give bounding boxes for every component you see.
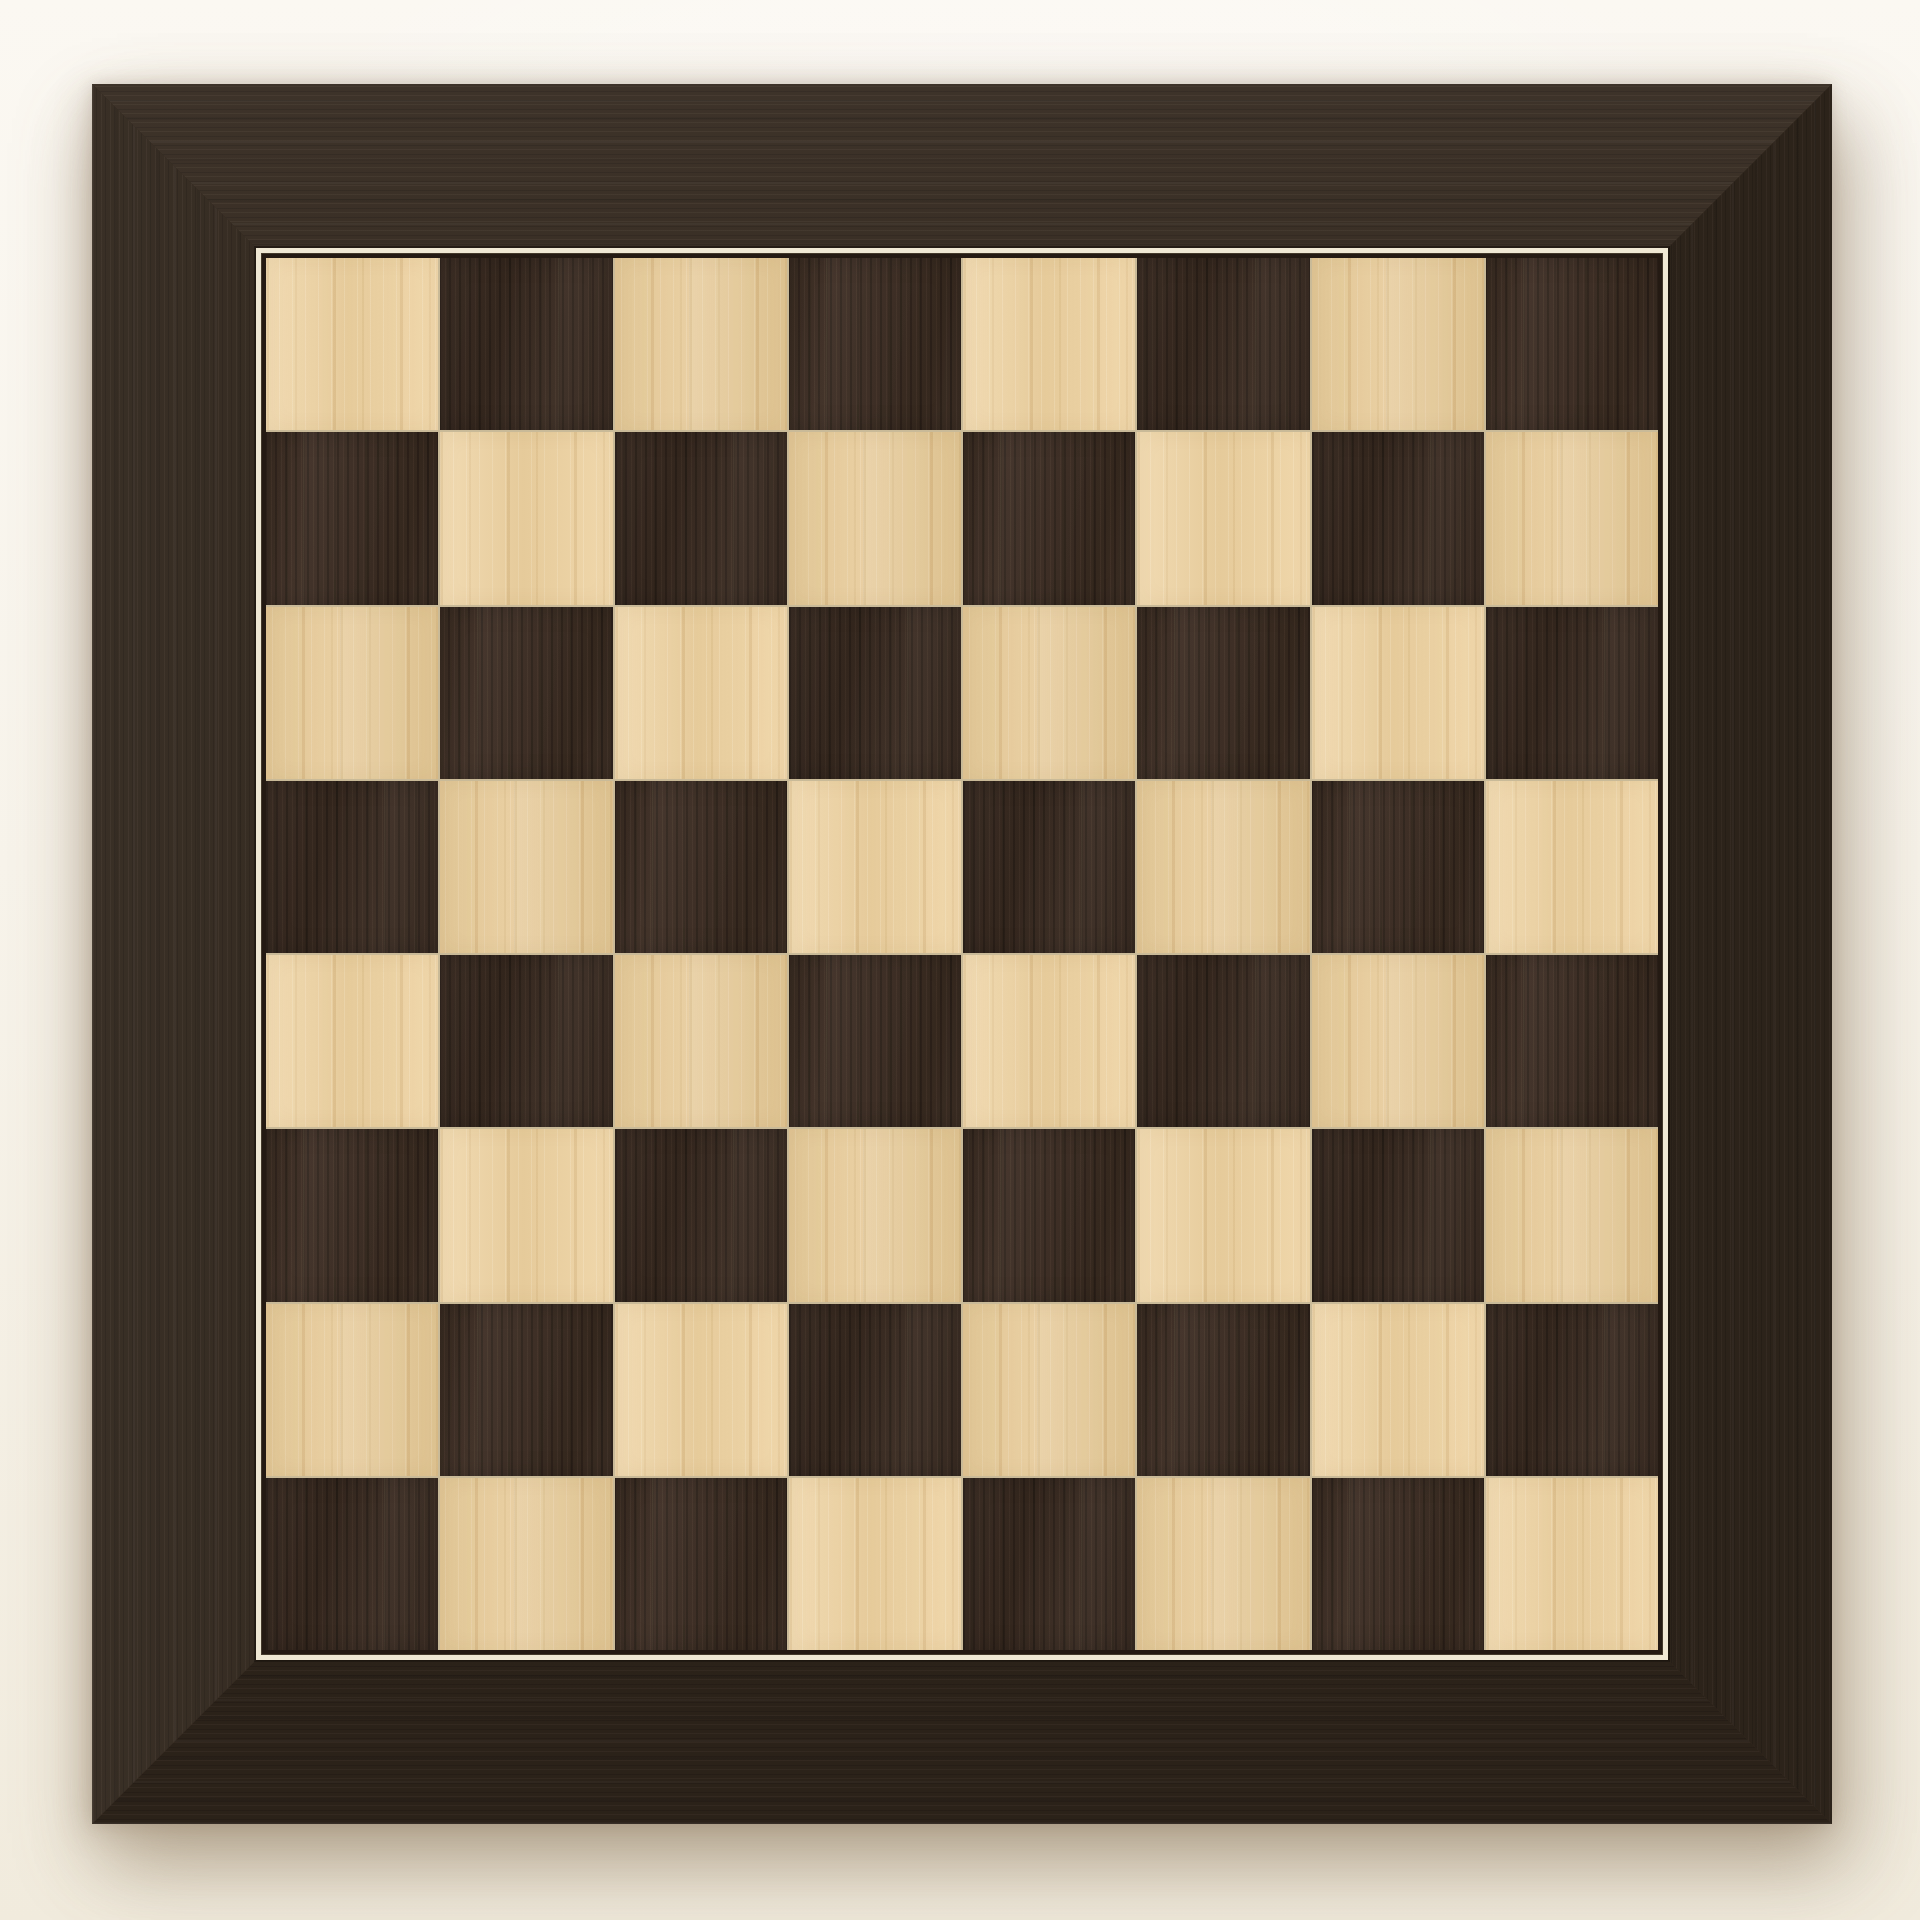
- square-b6[interactable]: [440, 607, 612, 779]
- square-b2[interactable]: [440, 1304, 612, 1476]
- square-b3[interactable]: [440, 1129, 612, 1301]
- square-d8[interactable]: [789, 258, 961, 430]
- square-b1[interactable]: [440, 1478, 612, 1650]
- square-e3[interactable]: [963, 1129, 1135, 1301]
- square-h5[interactable]: [1486, 781, 1658, 953]
- square-h7[interactable]: [1486, 432, 1658, 604]
- square-g8[interactable]: [1312, 258, 1484, 430]
- square-a1[interactable]: [266, 1478, 438, 1650]
- square-b5[interactable]: [440, 781, 612, 953]
- board-inlay-border: [256, 248, 1668, 1660]
- square-a3[interactable]: [266, 1129, 438, 1301]
- square-f7[interactable]: [1137, 432, 1309, 604]
- square-f6[interactable]: [1137, 607, 1309, 779]
- square-f3[interactable]: [1137, 1129, 1309, 1301]
- square-f4[interactable]: [1137, 955, 1309, 1127]
- square-d6[interactable]: [789, 607, 961, 779]
- square-d2[interactable]: [789, 1304, 961, 1476]
- square-a4[interactable]: [266, 955, 438, 1127]
- square-a6[interactable]: [266, 607, 438, 779]
- square-g5[interactable]: [1312, 781, 1484, 953]
- square-g2[interactable]: [1312, 1304, 1484, 1476]
- square-e5[interactable]: [963, 781, 1135, 953]
- chess-board: [92, 84, 1832, 1824]
- square-d4[interactable]: [789, 955, 961, 1127]
- square-d1[interactable]: [789, 1478, 961, 1650]
- square-h8[interactable]: [1486, 258, 1658, 430]
- square-g1[interactable]: [1312, 1478, 1484, 1650]
- square-d7[interactable]: [789, 432, 961, 604]
- square-e2[interactable]: [963, 1304, 1135, 1476]
- square-c2[interactable]: [615, 1304, 787, 1476]
- square-e1[interactable]: [963, 1478, 1135, 1650]
- square-h3[interactable]: [1486, 1129, 1658, 1301]
- square-c1[interactable]: [615, 1478, 787, 1650]
- square-f8[interactable]: [1137, 258, 1309, 430]
- square-c6[interactable]: [615, 607, 787, 779]
- square-a8[interactable]: [266, 258, 438, 430]
- square-h6[interactable]: [1486, 607, 1658, 779]
- square-g7[interactable]: [1312, 432, 1484, 604]
- square-f2[interactable]: [1137, 1304, 1309, 1476]
- square-c7[interactable]: [615, 432, 787, 604]
- square-e7[interactable]: [963, 432, 1135, 604]
- square-h4[interactable]: [1486, 955, 1658, 1127]
- square-g6[interactable]: [1312, 607, 1484, 779]
- square-b7[interactable]: [440, 432, 612, 604]
- square-a7[interactable]: [266, 432, 438, 604]
- square-h1[interactable]: [1486, 1478, 1658, 1650]
- square-d5[interactable]: [789, 781, 961, 953]
- square-f5[interactable]: [1137, 781, 1309, 953]
- square-e4[interactable]: [963, 955, 1135, 1127]
- square-g4[interactable]: [1312, 955, 1484, 1127]
- square-g3[interactable]: [1312, 1129, 1484, 1301]
- square-b4[interactable]: [440, 955, 612, 1127]
- square-b8[interactable]: [440, 258, 612, 430]
- square-c3[interactable]: [615, 1129, 787, 1301]
- square-c4[interactable]: [615, 955, 787, 1127]
- square-a5[interactable]: [266, 781, 438, 953]
- square-c5[interactable]: [615, 781, 787, 953]
- square-h2[interactable]: [1486, 1304, 1658, 1476]
- square-e6[interactable]: [963, 607, 1135, 779]
- square-a2[interactable]: [266, 1304, 438, 1476]
- board-squares-grid: [266, 258, 1658, 1650]
- square-c8[interactable]: [615, 258, 787, 430]
- square-e8[interactable]: [963, 258, 1135, 430]
- photo-background: [0, 0, 1920, 1920]
- square-f1[interactable]: [1137, 1478, 1309, 1650]
- square-d3[interactable]: [789, 1129, 961, 1301]
